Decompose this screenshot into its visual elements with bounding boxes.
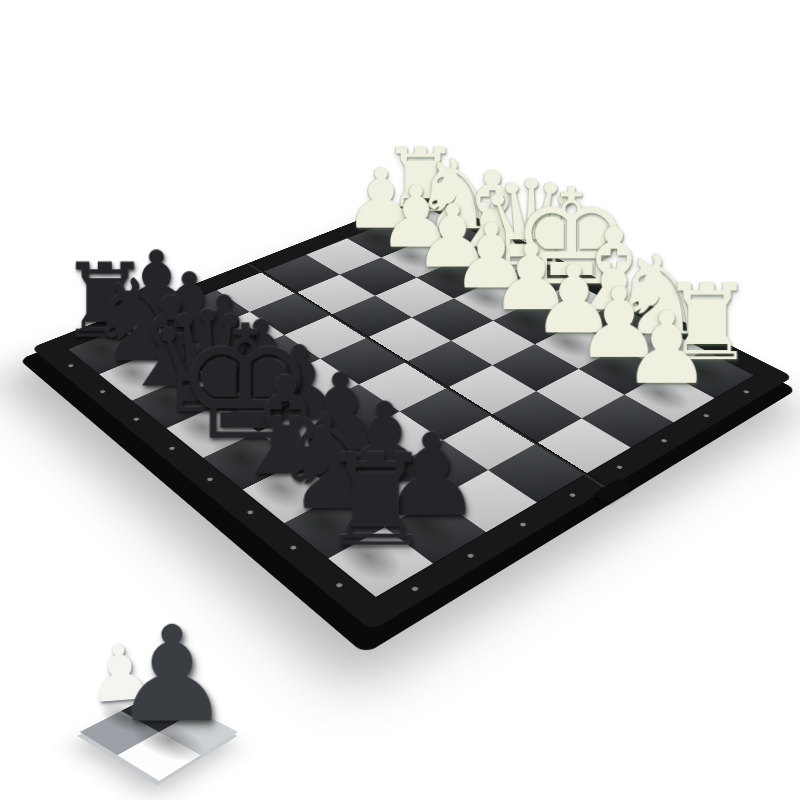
mini-board-tile: ♟ ♟	[80, 692, 238, 781]
frame-rivet	[569, 493, 577, 498]
frame-rivet	[660, 439, 668, 444]
board-squares: ♜♞♝♛♚♝♞♜♟♟♟♟♟♟♟♟♟♟♟♟♟♟♟♟♜♞♝♛♚♝♞♜	[67, 207, 756, 599]
frame-rivet	[702, 414, 710, 418]
black-pawn-glyph: ♟	[90, 609, 253, 741]
frame-rivet	[411, 586, 420, 592]
frame-rivet	[616, 465, 624, 470]
frame-rivet	[335, 582, 344, 588]
chess-board: ♜♞♝♛♚♝♞♜♟♟♟♟♟♟♟♟♟♟♟♟♟♟♟♟♜♞♝♛♚♝♞♜	[31, 193, 793, 631]
product-photo: ♜♞♝♛♚♝♞♜♟♟♟♟♟♟♟♟♟♟♟♟♟♟♟♟♜♞♝♛♚♝♞♜ ♟ ♟	[0, 0, 800, 800]
